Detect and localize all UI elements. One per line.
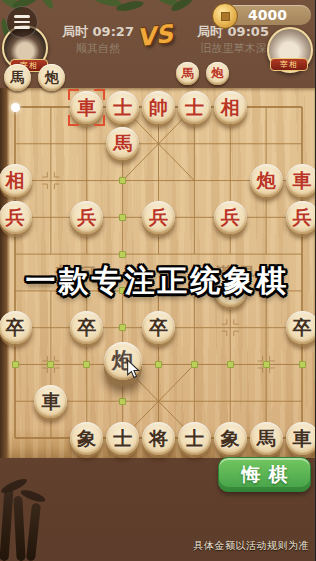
move-hint[interactable] <box>119 324 126 331</box>
captured-piece: 炮 <box>38 64 65 91</box>
piece-black-卒[interactable]: 卒 <box>0 311 32 344</box>
left-player-name: 顺其自然 <box>58 41 138 56</box>
undo-move-button[interactable]: 悔棋 <box>218 457 311 492</box>
bamboo-stalk-decoration <box>13 496 25 561</box>
disclaimer-text: 具体金额以活动规则为准 <box>194 539 310 553</box>
last-move-target-brackets <box>68 89 105 126</box>
piece-red-士[interactable]: 士 <box>106 91 139 124</box>
piece-red-兵[interactable]: 兵 <box>286 201 316 234</box>
move-hint[interactable] <box>83 361 90 368</box>
right-player-rank-badge: 宰相 <box>270 58 308 71</box>
move-hint[interactable] <box>119 177 126 184</box>
piece-red-兵[interactable]: 兵 <box>70 201 103 234</box>
promo-banner-text: 一款专注正统象棋 <box>0 261 315 302</box>
piece-black-士[interactable]: 士 <box>178 422 211 455</box>
piece-red-帥[interactable]: 帥 <box>142 91 175 124</box>
hamburger-icon <box>14 15 30 17</box>
bamboo-stalk-decoration <box>26 503 41 561</box>
move-hint[interactable] <box>155 361 162 368</box>
piece-red-兵[interactable]: 兵 <box>214 201 247 234</box>
move-hint[interactable] <box>119 398 126 405</box>
move-hint[interactable] <box>191 361 198 368</box>
move-hint[interactable] <box>47 361 54 368</box>
piece-black-卒[interactable]: 卒 <box>286 311 316 344</box>
captured-red-pieces-tray: 馬 炮 <box>176 62 229 85</box>
vs-icon: VS <box>135 20 174 53</box>
move-hint[interactable] <box>119 251 126 258</box>
last-move-origin-marker <box>11 103 20 112</box>
piece-red-相[interactable]: 相 <box>214 91 247 124</box>
move-hint[interactable] <box>12 361 19 368</box>
move-hint[interactable] <box>119 214 126 221</box>
bamboo-leaf-decoration <box>19 488 46 504</box>
piece-black-将[interactable]: 将 <box>142 422 175 455</box>
piece-red-士[interactable]: 士 <box>178 91 211 124</box>
move-hint[interactable] <box>263 361 270 368</box>
piece-black-士[interactable]: 士 <box>106 422 139 455</box>
bamboo-leaf-decoration <box>37 0 56 10</box>
piece-black-車[interactable]: 車 <box>34 385 67 418</box>
piece-red-炮[interactable]: 炮 <box>250 164 283 197</box>
piece-black-卒[interactable]: 卒 <box>142 311 175 344</box>
captured-piece: 炮 <box>206 62 229 85</box>
menu-button[interactable] <box>6 6 38 38</box>
captured-piece: 馬 <box>4 64 31 91</box>
piece-red-兵[interactable]: 兵 <box>142 201 175 234</box>
mouse-cursor-icon <box>126 359 141 380</box>
captured-black-pieces-tray: 馬 炮 <box>4 64 65 91</box>
piece-red-兵[interactable]: 兵 <box>0 201 32 234</box>
coin-icon <box>212 3 238 29</box>
piece-red-車[interactable]: 車 <box>286 164 316 197</box>
piece-black-象[interactable]: 象 <box>214 422 247 455</box>
piece-red-相[interactable]: 相 <box>0 164 32 197</box>
piece-black-車[interactable]: 車 <box>286 422 316 455</box>
game-screen: 楚河 漢界 車士帥士相馬相炮車兵兵兵兵兵卒卒卒卒卒炮車象士将士象馬車 一款专注正… <box>0 0 315 561</box>
captured-piece: 馬 <box>176 62 199 85</box>
piece-black-象[interactable]: 象 <box>70 422 103 455</box>
bamboo-stalk-decoration <box>0 488 14 561</box>
move-hint[interactable] <box>227 361 234 368</box>
left-player-timer: 局时 09:27 <box>56 23 140 41</box>
piece-black-馬[interactable]: 馬 <box>250 422 283 455</box>
move-hint[interactable] <box>299 361 306 368</box>
